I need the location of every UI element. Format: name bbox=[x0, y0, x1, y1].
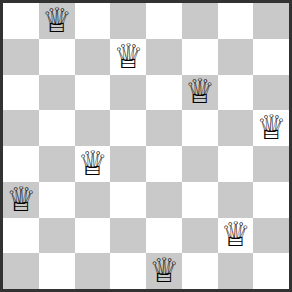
square-h6[interactable] bbox=[253, 75, 289, 111]
square-h8[interactable] bbox=[253, 3, 289, 39]
queen-piece-c4[interactable]: ♕ bbox=[77, 146, 107, 180]
square-h5[interactable]: ♕ bbox=[253, 110, 289, 146]
square-f6[interactable]: ♕ bbox=[182, 75, 218, 111]
queen-piece-f6[interactable]: ♕ bbox=[184, 75, 214, 109]
square-g5[interactable] bbox=[218, 110, 254, 146]
square-a8[interactable] bbox=[3, 3, 39, 39]
chessboard-grid: ♕♕♕♕♕♕♕♕ bbox=[3, 3, 289, 289]
square-e5[interactable] bbox=[146, 110, 182, 146]
queen-piece-h5[interactable]: ♕ bbox=[256, 110, 286, 144]
square-f5[interactable] bbox=[182, 110, 218, 146]
square-b2[interactable] bbox=[39, 218, 75, 254]
square-c2[interactable] bbox=[75, 218, 111, 254]
square-e3[interactable] bbox=[146, 182, 182, 218]
square-b4[interactable] bbox=[39, 146, 75, 182]
square-f1[interactable] bbox=[182, 253, 218, 289]
square-b3[interactable] bbox=[39, 182, 75, 218]
square-b6[interactable] bbox=[39, 75, 75, 111]
square-d6[interactable] bbox=[110, 75, 146, 111]
square-g7[interactable] bbox=[218, 39, 254, 75]
square-a3[interactable]: ♕ bbox=[3, 182, 39, 218]
square-e8[interactable] bbox=[146, 3, 182, 39]
square-d7[interactable]: ♕ bbox=[110, 39, 146, 75]
square-e2[interactable] bbox=[146, 218, 182, 254]
square-d8[interactable] bbox=[110, 3, 146, 39]
square-c7[interactable] bbox=[75, 39, 111, 75]
square-f7[interactable] bbox=[182, 39, 218, 75]
square-b5[interactable] bbox=[39, 110, 75, 146]
queen-piece-e1[interactable]: ♕ bbox=[149, 253, 179, 287]
square-d2[interactable] bbox=[110, 218, 146, 254]
square-h2[interactable] bbox=[253, 218, 289, 254]
queen-piece-b8[interactable]: ♕ bbox=[41, 3, 71, 37]
square-e1[interactable]: ♕ bbox=[146, 253, 182, 289]
square-c5[interactable] bbox=[75, 110, 111, 146]
square-a2[interactable] bbox=[3, 218, 39, 254]
square-b8[interactable]: ♕ bbox=[39, 3, 75, 39]
queen-piece-g2[interactable]: ♕ bbox=[220, 218, 250, 252]
square-e7[interactable] bbox=[146, 39, 182, 75]
square-b1[interactable] bbox=[39, 253, 75, 289]
square-d3[interactable] bbox=[110, 182, 146, 218]
square-h7[interactable] bbox=[253, 39, 289, 75]
square-e6[interactable] bbox=[146, 75, 182, 111]
square-d5[interactable] bbox=[110, 110, 146, 146]
square-a1[interactable] bbox=[3, 253, 39, 289]
square-a4[interactable] bbox=[3, 146, 39, 182]
square-h4[interactable] bbox=[253, 146, 289, 182]
square-f3[interactable] bbox=[182, 182, 218, 218]
queen-piece-a3[interactable]: ♕ bbox=[6, 182, 36, 216]
square-a6[interactable] bbox=[3, 75, 39, 111]
square-g2[interactable]: ♕ bbox=[218, 218, 254, 254]
square-g3[interactable] bbox=[218, 182, 254, 218]
square-c1[interactable] bbox=[75, 253, 111, 289]
square-a7[interactable] bbox=[3, 39, 39, 75]
square-a5[interactable] bbox=[3, 110, 39, 146]
square-c6[interactable] bbox=[75, 75, 111, 111]
square-f2[interactable] bbox=[182, 218, 218, 254]
square-d4[interactable] bbox=[110, 146, 146, 182]
queen-piece-d7[interactable]: ♕ bbox=[113, 39, 143, 73]
square-g6[interactable] bbox=[218, 75, 254, 111]
square-h3[interactable] bbox=[253, 182, 289, 218]
square-c3[interactable] bbox=[75, 182, 111, 218]
chessboard: ♕♕♕♕♕♕♕♕ bbox=[0, 0, 292, 292]
square-d1[interactable] bbox=[110, 253, 146, 289]
square-c8[interactable] bbox=[75, 3, 111, 39]
square-c4[interactable]: ♕ bbox=[75, 146, 111, 182]
square-f8[interactable] bbox=[182, 3, 218, 39]
square-g4[interactable] bbox=[218, 146, 254, 182]
square-f4[interactable] bbox=[182, 146, 218, 182]
square-h1[interactable] bbox=[253, 253, 289, 289]
square-e4[interactable] bbox=[146, 146, 182, 182]
square-b7[interactable] bbox=[39, 39, 75, 75]
square-g8[interactable] bbox=[218, 3, 254, 39]
square-g1[interactable] bbox=[218, 253, 254, 289]
